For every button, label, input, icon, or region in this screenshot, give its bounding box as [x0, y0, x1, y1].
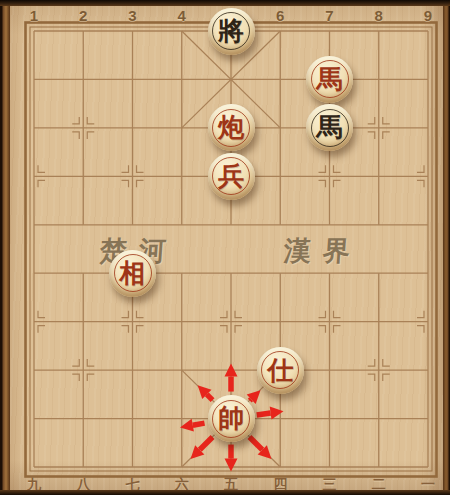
xiangqi-board-screen: 123456789 九八七六五四三二一 楚河 漢界 將馬馬炮兵相仕帥 [0, 0, 450, 495]
piece-grid: 將馬馬炮兵相仕帥 [9, 7, 450, 491]
wood-frame-top [0, 0, 450, 6]
piece-glyph: 兵 [218, 163, 244, 189]
red-cannon-piece[interactable]: 炮 [208, 104, 255, 151]
wood-frame-bottom [0, 490, 450, 495]
piece-glyph: 仕 [267, 357, 293, 383]
black-general-piece[interactable]: 將 [208, 8, 255, 55]
red-horse-piece[interactable]: 馬 [306, 56, 353, 103]
piece-glyph: 馬 [317, 114, 343, 140]
black-horse-piece[interactable]: 馬 [306, 104, 353, 151]
piece-glyph: 炮 [218, 114, 244, 140]
red-elephant-piece[interactable]: 相 [109, 250, 156, 297]
red-general-piece[interactable]: 帥 [208, 395, 255, 442]
red-soldier-piece[interactable]: 兵 [208, 153, 255, 200]
wood-frame-left [0, 0, 10, 495]
red-advisor-piece[interactable]: 仕 [257, 347, 304, 394]
piece-glyph: 相 [120, 260, 146, 286]
wood-frame-right [443, 0, 450, 495]
piece-glyph: 馬 [317, 66, 343, 92]
piece-glyph: 帥 [218, 405, 244, 431]
piece-glyph: 將 [218, 18, 244, 44]
